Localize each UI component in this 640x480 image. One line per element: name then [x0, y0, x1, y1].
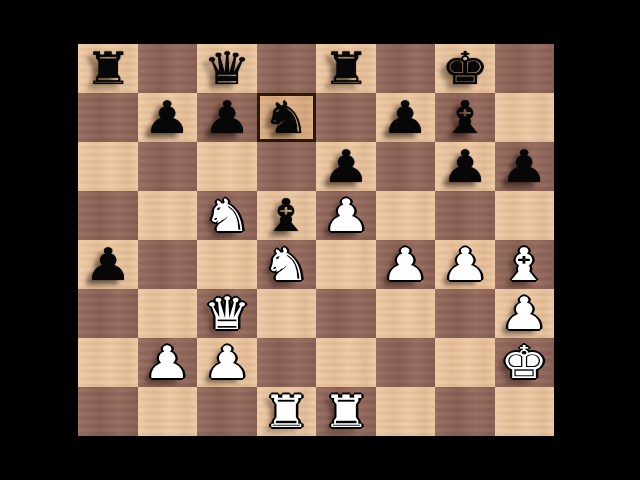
piece-white-pawn-c2[interactable]: ♟	[203, 339, 251, 386]
square-d3[interactable]	[257, 289, 317, 338]
piece-black-pawn-a4[interactable]: ♟	[84, 241, 132, 288]
square-f5[interactable]	[376, 191, 436, 240]
piece-black-pawn-b7[interactable]: ♟	[143, 94, 191, 141]
square-g2[interactable]	[435, 338, 495, 387]
square-f7[interactable]: ♟	[376, 93, 436, 142]
square-d5[interactable]: ♝	[257, 191, 317, 240]
piece-white-pawn-g4[interactable]: ♟	[441, 241, 489, 288]
square-g7[interactable]: ♝	[435, 93, 495, 142]
square-d8[interactable]	[257, 44, 317, 93]
piece-white-bishop-h4[interactable]: ♝	[500, 241, 548, 288]
square-h5[interactable]	[495, 191, 555, 240]
piece-black-pawn-f7[interactable]: ♟	[381, 94, 429, 141]
square-f8[interactable]	[376, 44, 436, 93]
piece-white-pawn-f4[interactable]: ♟	[381, 241, 429, 288]
square-a7[interactable]	[78, 93, 138, 142]
square-g3[interactable]	[435, 289, 495, 338]
square-a8[interactable]: ♜	[78, 44, 138, 93]
piece-black-rook-a8[interactable]: ♜	[84, 45, 132, 92]
piece-white-rook-e1[interactable]: ♜	[322, 388, 370, 435]
square-e4[interactable]	[316, 240, 376, 289]
square-b8[interactable]	[138, 44, 198, 93]
square-h6[interactable]: ♟	[495, 142, 555, 191]
square-g1[interactable]	[435, 387, 495, 436]
square-d1[interactable]: ♜	[257, 387, 317, 436]
square-h1[interactable]	[495, 387, 555, 436]
square-c3[interactable]: ♛	[197, 289, 257, 338]
square-f6[interactable]	[376, 142, 436, 191]
square-b3[interactable]	[138, 289, 198, 338]
piece-white-knight-d4[interactable]: ♞	[262, 241, 310, 288]
square-a2[interactable]	[78, 338, 138, 387]
square-h3[interactable]: ♟	[495, 289, 555, 338]
piece-white-pawn-h3[interactable]: ♟	[500, 290, 548, 337]
piece-black-pawn-g6[interactable]: ♟	[441, 143, 489, 190]
piece-black-knight-d7[interactable]: ♞	[262, 94, 310, 141]
piece-white-pawn-e5[interactable]: ♟	[322, 192, 370, 239]
piece-black-king-g8[interactable]: ♚	[441, 45, 489, 92]
square-b1[interactable]	[138, 387, 198, 436]
square-c4[interactable]	[197, 240, 257, 289]
square-f3[interactable]	[376, 289, 436, 338]
square-c8[interactable]: ♛	[197, 44, 257, 93]
piece-white-king-h2[interactable]: ♚	[500, 339, 548, 386]
piece-black-pawn-e6[interactable]: ♟	[322, 143, 370, 190]
square-c2[interactable]: ♟	[197, 338, 257, 387]
square-a5[interactable]	[78, 191, 138, 240]
piece-white-pawn-b2[interactable]: ♟	[143, 339, 191, 386]
square-b4[interactable]	[138, 240, 198, 289]
square-e7[interactable]	[316, 93, 376, 142]
square-d2[interactable]	[257, 338, 317, 387]
piece-white-queen-c3[interactable]: ♛	[203, 290, 251, 337]
square-c5[interactable]: ♞	[197, 191, 257, 240]
square-b7[interactable]: ♟	[138, 93, 198, 142]
square-h8[interactable]	[495, 44, 555, 93]
square-e6[interactable]: ♟	[316, 142, 376, 191]
square-c7[interactable]: ♟	[197, 93, 257, 142]
square-a1[interactable]	[78, 387, 138, 436]
piece-black-bishop-d5[interactable]: ♝	[262, 192, 310, 239]
piece-black-bishop-g7[interactable]: ♝	[441, 94, 489, 141]
square-a4[interactable]: ♟	[78, 240, 138, 289]
square-d4[interactable]: ♞	[257, 240, 317, 289]
square-e5[interactable]: ♟	[316, 191, 376, 240]
square-d6[interactable]	[257, 142, 317, 191]
square-b5[interactable]	[138, 191, 198, 240]
piece-black-queen-c8[interactable]: ♛	[203, 45, 251, 92]
piece-black-pawn-c7[interactable]: ♟	[203, 94, 251, 141]
square-h2[interactable]: ♚	[495, 338, 555, 387]
square-h4[interactable]: ♝	[495, 240, 555, 289]
square-c6[interactable]	[197, 142, 257, 191]
square-g6[interactable]: ♟	[435, 142, 495, 191]
square-e2[interactable]	[316, 338, 376, 387]
square-e1[interactable]: ♜	[316, 387, 376, 436]
square-c1[interactable]	[197, 387, 257, 436]
square-f4[interactable]: ♟	[376, 240, 436, 289]
square-d7[interactable]: ♞	[257, 93, 317, 142]
square-g5[interactable]	[435, 191, 495, 240]
piece-white-knight-c5[interactable]: ♞	[203, 192, 251, 239]
square-b2[interactable]: ♟	[138, 338, 198, 387]
square-g8[interactable]: ♚	[435, 44, 495, 93]
square-g4[interactable]: ♟	[435, 240, 495, 289]
square-h7[interactable]	[495, 93, 555, 142]
square-e8[interactable]: ♜	[316, 44, 376, 93]
piece-black-pawn-h6[interactable]: ♟	[500, 143, 548, 190]
video-frame: ♜♛♜♚♟♟♞♟♝♟♟♟♞♝♟♟♞♟♟♝♛♟♟♟♚♜♜	[0, 0, 640, 480]
square-b6[interactable]	[138, 142, 198, 191]
piece-white-rook-d1[interactable]: ♜	[262, 388, 310, 435]
piece-black-rook-e8[interactable]: ♜	[322, 45, 370, 92]
square-a6[interactable]	[78, 142, 138, 191]
square-f1[interactable]	[376, 387, 436, 436]
square-a3[interactable]	[78, 289, 138, 338]
chess-board[interactable]: ♜♛♜♚♟♟♞♟♝♟♟♟♞♝♟♟♞♟♟♝♛♟♟♟♚♜♜	[78, 44, 554, 436]
square-e3[interactable]	[316, 289, 376, 338]
square-f2[interactable]	[376, 338, 436, 387]
